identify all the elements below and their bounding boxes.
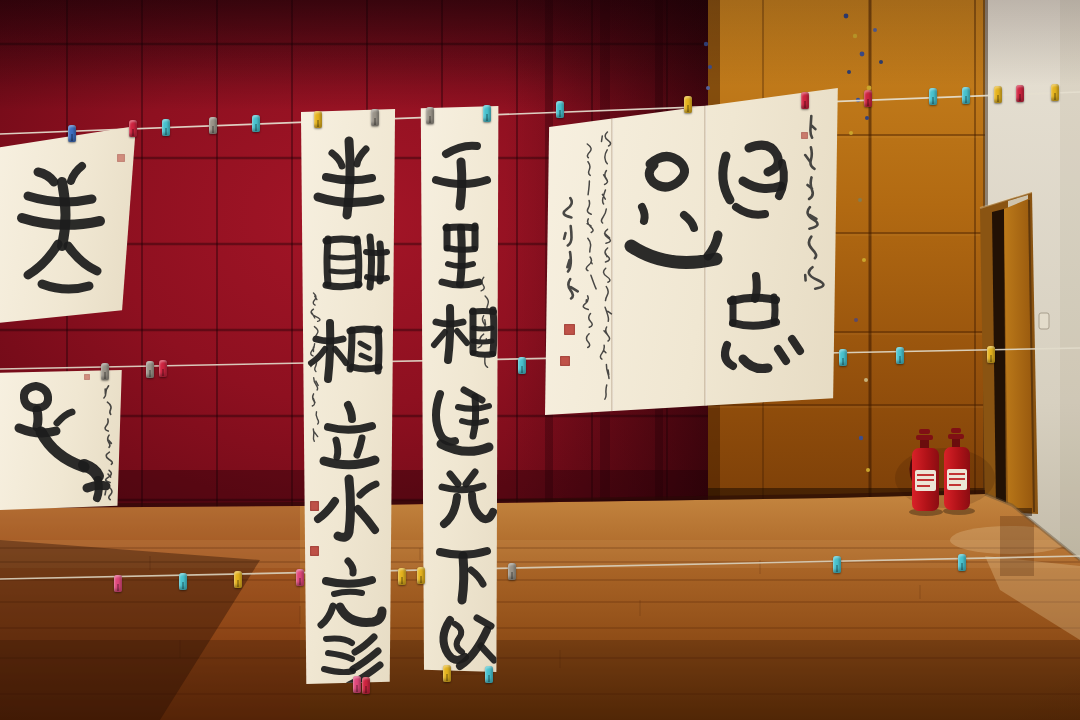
yellow-clothespin	[684, 96, 692, 113]
gray-clothespin	[146, 361, 154, 378]
red-clothespin	[159, 360, 167, 377]
yellow-clothespin	[443, 665, 451, 682]
yellow-clothespin	[417, 567, 425, 584]
red-clothespin	[864, 90, 872, 107]
yellow-clothespin	[994, 86, 1002, 103]
gray-clothespin	[101, 363, 109, 380]
red-clothespin	[1016, 85, 1024, 102]
cyan-clothespin	[958, 554, 966, 571]
yellow-clothespin	[234, 571, 242, 588]
cyan-clothespin	[839, 349, 847, 366]
cyan-clothespin	[833, 556, 841, 573]
cyan-clothespin	[929, 88, 937, 105]
pink-clothespin	[353, 676, 361, 693]
gray-clothespin	[371, 109, 379, 126]
cyan-clothespin	[518, 357, 526, 374]
red-clothespin	[801, 92, 809, 109]
yellow-clothespin	[987, 346, 995, 363]
gray-clothespin	[426, 107, 434, 124]
cyan-clothespin	[179, 573, 187, 590]
red-clothespin	[129, 120, 137, 137]
cyan-clothespin	[483, 105, 491, 122]
clothespins-layer	[0, 0, 1080, 720]
blue-clothespin	[68, 125, 76, 142]
exhibition-hall-photo: 举 汤冠影人国金文 半酣榴立水旁影 千里相逢花下饮 (two-column la…	[0, 0, 1080, 720]
cyan-clothespin	[162, 119, 170, 136]
pink-clothespin	[296, 569, 304, 586]
yellow-clothespin	[1051, 84, 1059, 101]
yellow-clothespin	[314, 111, 322, 128]
cyan-clothespin	[252, 115, 260, 132]
cyan-clothespin	[896, 347, 904, 364]
cyan-clothespin	[485, 666, 493, 683]
cyan-clothespin	[556, 101, 564, 118]
gray-clothespin	[508, 563, 516, 580]
red-clothespin	[362, 677, 370, 694]
yellow-clothespin	[398, 568, 406, 585]
pink-clothespin	[114, 575, 122, 592]
cyan-clothespin	[962, 87, 970, 104]
gray-clothespin	[209, 117, 217, 134]
